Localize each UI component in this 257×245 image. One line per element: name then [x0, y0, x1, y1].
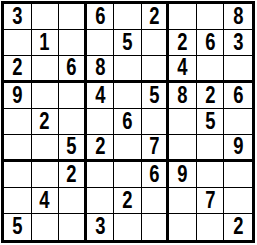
- cell-r5c6[interactable]: [142, 109, 170, 135]
- cell-r5c7[interactable]: [169, 109, 197, 135]
- cell-r6c5[interactable]: [114, 135, 142, 162]
- given-digit: 6: [122, 110, 132, 134]
- cell-r3c7: 4: [169, 56, 197, 83]
- cell-r8c1[interactable]: [4, 188, 32, 214]
- given-digit: 4: [40, 189, 50, 213]
- given-digit: 3: [12, 5, 22, 29]
- cell-r9c2[interactable]: [32, 214, 60, 240]
- cell-r1c4: 6: [87, 4, 115, 30]
- cell-r8c4[interactable]: [87, 188, 115, 214]
- given-digit: 2: [177, 31, 187, 55]
- given-digit: 6: [149, 163, 159, 187]
- cell-r9c6[interactable]: [142, 214, 170, 240]
- cell-r3c5[interactable]: [114, 56, 142, 83]
- cell-r1c5[interactable]: [114, 4, 142, 30]
- given-digit: 2: [40, 110, 50, 134]
- given-digit: 2: [95, 135, 105, 159]
- given-digit: 5: [122, 31, 132, 55]
- cell-r3c3: 6: [59, 56, 87, 83]
- cell-r8c6[interactable]: [142, 188, 170, 214]
- cell-r4c8: 2: [197, 83, 225, 109]
- cell-r4c3[interactable]: [59, 83, 87, 109]
- cell-r5c9[interactable]: [224, 109, 252, 135]
- given-digit: 2: [122, 189, 132, 213]
- cell-r5c1[interactable]: [4, 109, 32, 135]
- cell-r1c8[interactable]: [197, 4, 225, 30]
- cell-r3c4: 8: [87, 56, 115, 83]
- cell-r7c8[interactable]: [197, 162, 225, 188]
- given-digit: 8: [95, 56, 105, 80]
- given-digit: 9: [12, 84, 22, 108]
- given-digit: 6: [233, 84, 243, 108]
- cell-r7c5[interactable]: [114, 162, 142, 188]
- cell-r3c1: 2: [4, 56, 32, 83]
- given-digit: 8: [233, 5, 243, 29]
- cell-r6c8[interactable]: [197, 135, 225, 162]
- cell-r1c2[interactable]: [32, 4, 60, 30]
- given-digit: 8: [177, 84, 187, 108]
- cell-r2c3[interactable]: [59, 30, 87, 56]
- cell-r3c8[interactable]: [197, 56, 225, 83]
- cell-r9c8[interactable]: [197, 214, 225, 240]
- cell-r5c4[interactable]: [87, 109, 115, 135]
- given-digit: 9: [177, 163, 187, 187]
- cell-r5c5: 6: [114, 109, 142, 135]
- given-digit: 6: [66, 56, 76, 80]
- given-digit: 2: [233, 215, 243, 239]
- cell-r6c7[interactable]: [169, 135, 197, 162]
- cell-r6c9: 9: [224, 135, 252, 162]
- given-digit: 3: [233, 31, 243, 55]
- cell-r9c5[interactable]: [114, 214, 142, 240]
- cell-r7c1[interactable]: [4, 162, 32, 188]
- given-digit: 6: [205, 31, 215, 55]
- cell-r7c7: 9: [169, 162, 197, 188]
- cell-r3c9[interactable]: [224, 56, 252, 83]
- given-digit: 6: [95, 5, 105, 29]
- given-digit: 2: [205, 84, 215, 108]
- cell-r2c9: 3: [224, 30, 252, 56]
- cell-r6c1[interactable]: [4, 135, 32, 162]
- cell-r4c7: 8: [169, 83, 197, 109]
- given-digit: 5: [205, 110, 215, 134]
- cell-r6c2[interactable]: [32, 135, 60, 162]
- given-digit: 5: [12, 215, 22, 239]
- given-digit: 1: [40, 31, 50, 55]
- cell-r2c7: 2: [169, 30, 197, 56]
- given-digit: 2: [149, 5, 159, 29]
- cell-r8c3[interactable]: [59, 188, 87, 214]
- given-digit: 7: [205, 189, 215, 213]
- given-digit: 4: [95, 84, 105, 108]
- cell-r8c5: 2: [114, 188, 142, 214]
- cell-r3c6[interactable]: [142, 56, 170, 83]
- cell-r2c4[interactable]: [87, 30, 115, 56]
- given-digit: 3: [95, 215, 105, 239]
- given-digit: 4: [177, 56, 187, 80]
- cell-r9c9: 2: [224, 214, 252, 240]
- given-digit: 7: [149, 135, 159, 159]
- cell-r4c6: 5: [142, 83, 170, 109]
- cell-r7c4[interactable]: [87, 162, 115, 188]
- cell-r7c6: 6: [142, 162, 170, 188]
- cell-r5c8: 5: [197, 109, 225, 135]
- given-digit: 5: [149, 84, 159, 108]
- cell-r1c3[interactable]: [59, 4, 87, 30]
- cell-r7c2[interactable]: [32, 162, 60, 188]
- cell-r8c8: 7: [197, 188, 225, 214]
- cell-r3c2[interactable]: [32, 56, 60, 83]
- cell-r1c9: 8: [224, 4, 252, 30]
- cell-r4c5[interactable]: [114, 83, 142, 109]
- cell-r5c3[interactable]: [59, 109, 87, 135]
- cell-r8c2: 4: [32, 188, 60, 214]
- cell-r4c2[interactable]: [32, 83, 60, 109]
- cell-r2c8: 6: [197, 30, 225, 56]
- given-digit: 5: [66, 135, 76, 159]
- sudoku-board: 36281526326849458262655279269427532: [1, 1, 255, 243]
- cell-r4c1: 9: [4, 83, 32, 109]
- cell-r1c7[interactable]: [169, 4, 197, 30]
- given-digit: 9: [233, 135, 243, 159]
- cell-r1c1: 3: [4, 4, 32, 30]
- cell-r9c3[interactable]: [59, 214, 87, 240]
- cell-r8c7[interactable]: [169, 188, 197, 214]
- cell-r2c2: 1: [32, 30, 60, 56]
- cell-r6c6: 7: [142, 135, 170, 162]
- given-digit: 2: [66, 163, 76, 187]
- cell-r9c7[interactable]: [169, 214, 197, 240]
- given-digit: 2: [12, 56, 22, 80]
- cell-r8c9[interactable]: [224, 188, 252, 214]
- cell-r5c2: 2: [32, 109, 60, 135]
- cell-r2c5: 5: [114, 30, 142, 56]
- cell-r7c9[interactable]: [224, 162, 252, 188]
- cell-r7c3: 2: [59, 162, 87, 188]
- cell-r2c1[interactable]: [4, 30, 32, 56]
- cell-r6c3: 5: [59, 135, 87, 162]
- cell-r6c4: 2: [87, 135, 115, 162]
- cell-r1c6: 2: [142, 4, 170, 30]
- cell-r9c1: 5: [4, 214, 32, 240]
- cell-r2c6[interactable]: [142, 30, 170, 56]
- cell-r4c4: 4: [87, 83, 115, 109]
- cell-r9c4: 3: [87, 214, 115, 240]
- cell-r4c9: 6: [224, 83, 252, 109]
